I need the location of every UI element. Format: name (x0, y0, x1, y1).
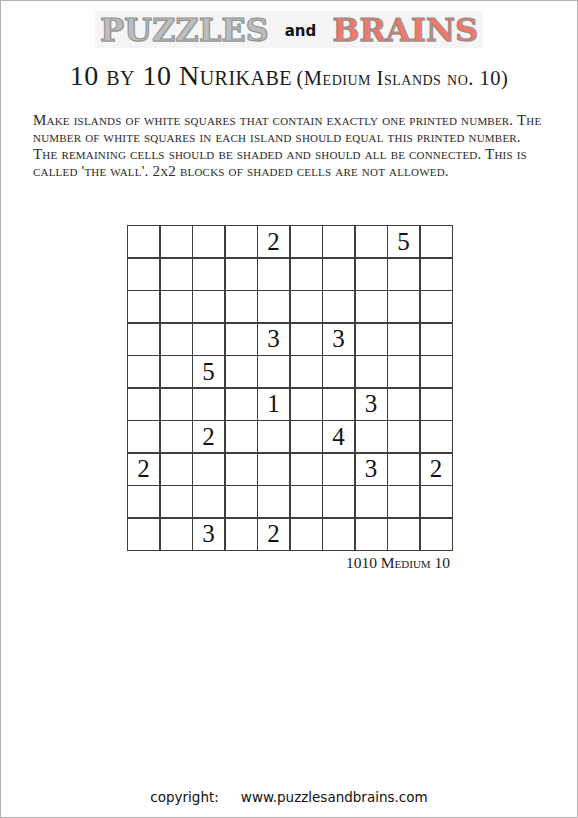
page-title-sub: (Medium Islands no. 10) (297, 67, 509, 89)
grid-cell (258, 486, 289, 517)
grid-cell (323, 486, 354, 517)
grid-cell (323, 519, 354, 550)
grid-cell (388, 259, 419, 290)
grid-cell (258, 421, 289, 452)
grid-cell (291, 389, 322, 420)
grid-cell (388, 421, 419, 452)
grid-cell (421, 259, 452, 290)
grid-cell (291, 324, 322, 355)
grid-cell (388, 389, 419, 420)
grid-cell (323, 291, 354, 322)
grid-cell: 2 (258, 519, 289, 550)
logo-word-and: and (285, 22, 317, 40)
grid-cell: 3 (193, 519, 224, 550)
grid-cell (356, 226, 387, 257)
page-title-main: 10 by 10 Nurikabe (70, 60, 292, 91)
instructions: Make islands of white squares that conta… (33, 112, 541, 180)
grid-cell (356, 259, 387, 290)
grid-cell (421, 356, 452, 387)
logo-band: PUZZLES and BRAINS (95, 11, 483, 48)
grid-cell (128, 226, 159, 257)
grid-cell (356, 519, 387, 550)
grid-cell (128, 519, 159, 550)
grid-cell (226, 486, 257, 517)
grid-cell (421, 291, 452, 322)
grid-cell (258, 259, 289, 290)
grid-cell (291, 356, 322, 387)
grid-cell (388, 324, 419, 355)
grid-cell (161, 486, 192, 517)
grid-cell: 4 (323, 421, 354, 452)
grid-cell (291, 421, 322, 452)
grid-cell (291, 259, 322, 290)
grid-cell (323, 226, 354, 257)
grid-cell (128, 291, 159, 322)
grid-cell: 2 (193, 421, 224, 452)
website-url: www.puzzlesandbrains.com (241, 789, 428, 805)
grid-cell (291, 486, 322, 517)
grid-cell (388, 519, 419, 550)
grid-cell: 5 (193, 356, 224, 387)
page-title: 10 by 10 Nurikabe (Medium Islands no. 10… (0, 60, 578, 92)
grid-cell (356, 421, 387, 452)
grid-cell (128, 486, 159, 517)
grid-cell (388, 291, 419, 322)
grid-cell (193, 291, 224, 322)
instructions-line: Make islands of white squares that conta… (33, 112, 541, 129)
grid-cell: 3 (356, 389, 387, 420)
grid-cell (258, 454, 289, 485)
grid-cell (226, 356, 257, 387)
grid-cell (323, 259, 354, 290)
grid-cell (226, 291, 257, 322)
grid-cell (291, 454, 322, 485)
grid-cell (356, 356, 387, 387)
grid-cell (258, 291, 289, 322)
grid-cell (356, 291, 387, 322)
logo-word-brains: BRAINS (332, 14, 478, 46)
grid-cell (193, 486, 224, 517)
instructions-line: called 'the wall'. 2x2 blocks of shaded … (33, 163, 541, 180)
grid-cell (421, 226, 452, 257)
grid-cell (226, 324, 257, 355)
grid-cell: 2 (128, 454, 159, 485)
puzzle-caption: 1010 Medium 10 (127, 554, 454, 572)
grid-cell (161, 259, 192, 290)
grid-cell (128, 421, 159, 452)
grid-cell: 2 (421, 454, 452, 485)
grid-cell: 2 (258, 226, 289, 257)
logo-word-puzzles: PUZZLES (100, 14, 269, 46)
grid-cell (161, 356, 192, 387)
nurikabe-grid: 25335132423232 (127, 225, 453, 551)
grid-cell (356, 324, 387, 355)
grid-cell (161, 389, 192, 420)
grid-cell (291, 226, 322, 257)
grid-cell (128, 389, 159, 420)
grid-cell (323, 454, 354, 485)
grid-cell (388, 454, 419, 485)
grid-cell: 5 (388, 226, 419, 257)
grid-cell (161, 454, 192, 485)
grid-cell (128, 324, 159, 355)
grid-cell (161, 519, 192, 550)
grid-cell (226, 389, 257, 420)
grid-cell (226, 519, 257, 550)
grid-cell (323, 389, 354, 420)
grid-cell (226, 226, 257, 257)
grid-cell (193, 259, 224, 290)
grid-cell (226, 421, 257, 452)
grid-cell (291, 291, 322, 322)
grid-cell (421, 324, 452, 355)
grid-cell (161, 226, 192, 257)
grid-cell (193, 389, 224, 420)
grid-cell (323, 356, 354, 387)
grid-cell (193, 226, 224, 257)
grid-cell (226, 259, 257, 290)
grid-cell (421, 421, 452, 452)
grid-cell (291, 519, 322, 550)
grid-cell (128, 259, 159, 290)
instructions-line: number of white squares in each island s… (33, 129, 541, 146)
grid-cell (356, 486, 387, 517)
grid-cell (421, 486, 452, 517)
grid-cell: 3 (323, 324, 354, 355)
grid-cell: 1 (258, 389, 289, 420)
copyright-label: copyright: (150, 789, 219, 805)
grid-cell (161, 421, 192, 452)
grid-cell (161, 291, 192, 322)
footer: copyright: www.puzzlesandbrains.com (0, 789, 578, 805)
grid-cell (388, 486, 419, 517)
grid-cell (193, 454, 224, 485)
grid-cell (388, 356, 419, 387)
grid-cell (421, 389, 452, 420)
grid-cell (226, 454, 257, 485)
grid-cell (421, 519, 452, 550)
grid-cell: 3 (258, 324, 289, 355)
instructions-line: The remaining cells should be shaded and… (33, 146, 541, 163)
grid-cell: 3 (356, 454, 387, 485)
grid-cell (258, 356, 289, 387)
grid-cell (128, 356, 159, 387)
grid-cell (193, 324, 224, 355)
grid-cell (161, 324, 192, 355)
